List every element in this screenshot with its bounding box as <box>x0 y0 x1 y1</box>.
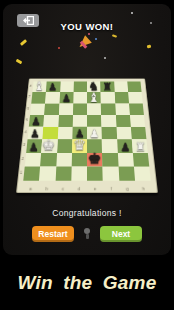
square-b1[interactable] <box>39 166 56 180</box>
square-b7[interactable] <box>45 92 60 103</box>
square-f6[interactable] <box>101 103 116 115</box>
black-knight: ♞ <box>89 81 100 93</box>
hint-base <box>86 234 89 239</box>
square-a3[interactable]: ♟ <box>26 139 42 152</box>
square-c7[interactable]: ♟ <box>59 92 73 103</box>
square-c5[interactable] <box>58 115 73 127</box>
square-e7[interactable]: ♝ <box>87 92 101 103</box>
square-h8[interactable] <box>127 82 141 93</box>
white-king: ♚ <box>42 138 55 153</box>
square-d2[interactable] <box>71 153 87 167</box>
square-f8[interactable]: ♜ <box>100 82 114 93</box>
square-a8[interactable]: ♝ <box>32 82 46 93</box>
win-title: YOU WON! <box>3 21 171 32</box>
square-d5[interactable] <box>72 115 87 127</box>
square-d4[interactable]: ♟ <box>72 127 87 140</box>
file-labels: abcdefgh <box>22 185 152 192</box>
hint-bulb-icon <box>84 228 90 234</box>
square-e6[interactable] <box>87 103 101 115</box>
black-king: ♚ <box>88 151 102 166</box>
square-f3[interactable] <box>102 139 118 152</box>
square-a5[interactable]: ♟ <box>29 115 44 127</box>
square-h2[interactable] <box>133 153 150 167</box>
square-h6[interactable] <box>129 103 144 115</box>
confetti-particle <box>95 38 97 40</box>
next-button[interactable]: Next <box>100 226 142 242</box>
square-a7[interactable] <box>31 92 46 103</box>
confetti-particle <box>104 57 106 59</box>
square-g6[interactable] <box>115 103 130 115</box>
confetti-particle <box>16 59 23 65</box>
confetti-particle <box>131 12 133 14</box>
black-pawn: ♟ <box>61 93 70 103</box>
square-a4[interactable]: ♟ <box>28 127 44 140</box>
black-pawn: ♟ <box>30 128 40 139</box>
square-b4[interactable] <box>42 127 58 140</box>
result-buttons: Restart Next <box>3 226 171 242</box>
square-g7[interactable] <box>114 92 129 103</box>
square-g5[interactable] <box>115 115 130 127</box>
square-g2[interactable] <box>117 153 133 167</box>
chess-board: 87654321 abcdefgh ♝♟♞♜♟♝♟♟♟♟♟♚♛♟♜♚ <box>16 79 158 193</box>
white-bishop: ♝ <box>88 90 100 103</box>
board-grid: ♝♟♞♜♟♝♟♟♟♟♟♚♛♟♜♚ <box>23 82 150 181</box>
square-d6[interactable] <box>73 103 87 115</box>
confetti-particle <box>88 33 90 35</box>
square-c1[interactable] <box>55 166 71 180</box>
square-b6[interactable] <box>44 103 59 115</box>
white-pawn: ♟ <box>90 128 100 139</box>
white-queen: ♛ <box>73 138 86 153</box>
square-b3[interactable]: ♚ <box>41 139 57 152</box>
square-f2[interactable] <box>102 153 118 167</box>
black-pawn: ♟ <box>120 141 130 152</box>
square-b5[interactable] <box>43 115 58 127</box>
square-e2[interactable]: ♚ <box>87 153 103 167</box>
square-h5[interactable] <box>130 115 145 127</box>
square-e3[interactable] <box>87 139 102 152</box>
square-g8[interactable] <box>114 82 128 93</box>
square-c6[interactable] <box>59 103 74 115</box>
square-f4[interactable] <box>102 127 117 140</box>
square-h4[interactable] <box>131 127 147 140</box>
confetti-particle <box>58 47 60 49</box>
hint-icon[interactable] <box>83 228 91 241</box>
square-c8[interactable] <box>60 82 74 93</box>
square-e8[interactable]: ♞ <box>87 82 101 93</box>
square-e1[interactable] <box>87 166 103 180</box>
square-c4[interactable] <box>57 127 72 140</box>
square-c3[interactable] <box>57 139 73 152</box>
square-h7[interactable] <box>128 92 143 103</box>
square-d3[interactable]: ♛ <box>72 139 87 152</box>
square-h3[interactable]: ♜ <box>132 139 148 152</box>
party-popper-icon <box>76 35 92 50</box>
confetti-particle <box>20 39 27 46</box>
square-d8[interactable] <box>73 82 87 93</box>
square-a1[interactable] <box>23 166 40 180</box>
square-b2[interactable] <box>40 153 56 167</box>
confetti-particle <box>112 34 117 38</box>
square-g1[interactable] <box>118 166 135 180</box>
confetti-particle <box>147 45 152 49</box>
square-h1[interactable] <box>134 166 151 180</box>
square-a2[interactable] <box>25 153 42 167</box>
square-a6[interactable] <box>30 103 45 115</box>
black-pawn: ♟ <box>31 116 41 127</box>
square-f7[interactable] <box>101 92 115 103</box>
store-banner: Win the Game <box>0 255 174 310</box>
congratulations-text: Congratulations ! <box>3 208 171 218</box>
white-bishop: ♝ <box>34 80 45 93</box>
black-rook: ♜ <box>103 81 113 92</box>
square-e5[interactable] <box>87 115 102 127</box>
confetti-particle <box>150 22 152 24</box>
square-e4[interactable]: ♟ <box>87 127 102 140</box>
square-b8[interactable]: ♟ <box>46 82 60 93</box>
banner-text: Win the Game <box>18 272 157 294</box>
restart-button[interactable]: Restart <box>32 226 74 242</box>
square-c2[interactable] <box>56 153 72 167</box>
black-pawn: ♟ <box>75 128 85 139</box>
white-rook: ♜ <box>135 140 146 152</box>
square-g4[interactable] <box>116 127 132 140</box>
app-screen: YOU WON! 87654321 abcdefgh ♝♟♞♜♟♝♟♟♟♟♟♚♛… <box>3 4 171 255</box>
square-f1[interactable] <box>103 166 119 180</box>
square-g3[interactable]: ♟ <box>117 139 133 152</box>
black-pawn: ♟ <box>48 82 57 92</box>
square-f5[interactable] <box>101 115 116 127</box>
square-d7[interactable] <box>73 92 87 103</box>
black-pawn: ♟ <box>29 141 39 152</box>
square-d1[interactable] <box>71 166 87 180</box>
